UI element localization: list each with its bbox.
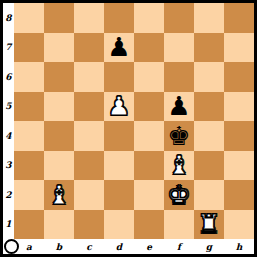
square-e5[interactable]: [134, 92, 164, 122]
square-g7[interactable]: [194, 33, 224, 63]
square-a5[interactable]: [14, 92, 44, 122]
square-d8[interactable]: [104, 3, 134, 33]
square-g8[interactable]: [194, 3, 224, 33]
rank-label-7: 7: [3, 33, 14, 63]
piece-white-bishop-f3[interactable]: ♝: [167, 152, 190, 178]
piece-black-king-f4[interactable]: ♚: [167, 123, 190, 149]
square-h1[interactable]: [224, 210, 254, 240]
piece-black-pawn-d7[interactable]: ♟: [107, 34, 130, 60]
square-b3[interactable]: [44, 151, 74, 181]
square-e4[interactable]: [134, 121, 164, 151]
square-a2[interactable]: [14, 180, 44, 210]
rank-labels: 87654321: [3, 3, 14, 239]
square-f7[interactable]: [164, 33, 194, 63]
square-a8[interactable]: [14, 3, 44, 33]
rank-label-6: 6: [3, 62, 14, 92]
square-c3[interactable]: [74, 151, 104, 181]
square-a1[interactable]: [14, 210, 44, 240]
file-label-e: e: [134, 239, 164, 254]
file-label-h: h: [224, 239, 254, 254]
square-d3[interactable]: [104, 151, 134, 181]
square-b1[interactable]: [44, 210, 74, 240]
chess-diagram: 87654321 ♟♟♟♚♝♝♚♜ abcdefgh: [0, 0, 257, 257]
piece-white-king-f2[interactable]: ♚: [167, 182, 190, 208]
square-b2[interactable]: ♝: [44, 180, 74, 210]
piece-black-pawn-f5[interactable]: ♟: [167, 93, 190, 119]
square-d6[interactable]: [104, 62, 134, 92]
square-c1[interactable]: [74, 210, 104, 240]
square-c6[interactable]: [74, 62, 104, 92]
square-c5[interactable]: [74, 92, 104, 122]
square-e7[interactable]: [134, 33, 164, 63]
square-b8[interactable]: [44, 3, 74, 33]
board: ♟♟♟♚♝♝♚♜: [14, 3, 254, 239]
square-g1[interactable]: ♜: [194, 210, 224, 240]
square-e3[interactable]: [134, 151, 164, 181]
square-f1[interactable]: [164, 210, 194, 240]
square-b5[interactable]: [44, 92, 74, 122]
square-e8[interactable]: [134, 3, 164, 33]
square-g6[interactable]: [194, 62, 224, 92]
square-h2[interactable]: [224, 180, 254, 210]
square-f4[interactable]: ♚: [164, 121, 194, 151]
square-h6[interactable]: [224, 62, 254, 92]
square-c2[interactable]: [74, 180, 104, 210]
square-d4[interactable]: [104, 121, 134, 151]
piece-white-rook-g1[interactable]: ♜: [197, 211, 220, 237]
square-h3[interactable]: [224, 151, 254, 181]
square-e1[interactable]: [134, 210, 164, 240]
square-d7[interactable]: ♟: [104, 33, 134, 63]
rank-label-2: 2: [3, 180, 14, 210]
square-g5[interactable]: [194, 92, 224, 122]
square-c4[interactable]: [74, 121, 104, 151]
file-label-a: a: [14, 239, 44, 254]
square-f5[interactable]: ♟: [164, 92, 194, 122]
rank-label-8: 8: [3, 3, 14, 33]
square-f2[interactable]: ♚: [164, 180, 194, 210]
rank-label-1: 1: [3, 210, 14, 240]
square-c7[interactable]: [74, 33, 104, 63]
square-g2[interactable]: [194, 180, 224, 210]
square-f3[interactable]: ♝: [164, 151, 194, 181]
rank-label-5: 5: [3, 92, 14, 122]
file-strip: abcdefgh: [3, 239, 254, 254]
square-a7[interactable]: [14, 33, 44, 63]
square-g4[interactable]: [194, 121, 224, 151]
file-label-f: f: [164, 239, 194, 254]
square-g3[interactable]: [194, 151, 224, 181]
rank-label-3: 3: [3, 151, 14, 181]
square-a4[interactable]: [14, 121, 44, 151]
square-b6[interactable]: [44, 62, 74, 92]
file-label-b: b: [44, 239, 74, 254]
square-f8[interactable]: [164, 3, 194, 33]
rank-label-4: 4: [3, 121, 14, 151]
square-d1[interactable]: [104, 210, 134, 240]
square-h5[interactable]: [224, 92, 254, 122]
square-f6[interactable]: [164, 62, 194, 92]
file-label-g: g: [194, 239, 224, 254]
square-e2[interactable]: [134, 180, 164, 210]
square-h8[interactable]: [224, 3, 254, 33]
square-d5[interactable]: ♟: [104, 92, 134, 122]
file-label-c: c: [74, 239, 104, 254]
square-b4[interactable]: [44, 121, 74, 151]
square-d2[interactable]: [104, 180, 134, 210]
square-a6[interactable]: [14, 62, 44, 92]
piece-white-bishop-b2[interactable]: ♝: [47, 182, 70, 208]
square-c8[interactable]: [74, 3, 104, 33]
square-h7[interactable]: [224, 33, 254, 63]
piece-white-pawn-d5[interactable]: ♟: [107, 93, 130, 119]
square-e6[interactable]: [134, 62, 164, 92]
square-h4[interactable]: [224, 121, 254, 151]
file-label-d: d: [104, 239, 134, 254]
square-b7[interactable]: [44, 33, 74, 63]
file-labels: abcdefgh: [14, 239, 254, 254]
square-a3[interactable]: [14, 151, 44, 181]
